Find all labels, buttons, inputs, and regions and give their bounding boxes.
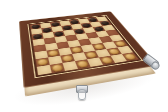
board-pinstripe-border xyxy=(27,15,143,78)
light-piece xyxy=(123,53,137,60)
board-grid xyxy=(30,16,138,75)
clasp-loop xyxy=(78,89,86,100)
product-photo-scene xyxy=(0,0,168,112)
metal-clasp xyxy=(74,85,88,100)
light-piece xyxy=(51,64,64,72)
